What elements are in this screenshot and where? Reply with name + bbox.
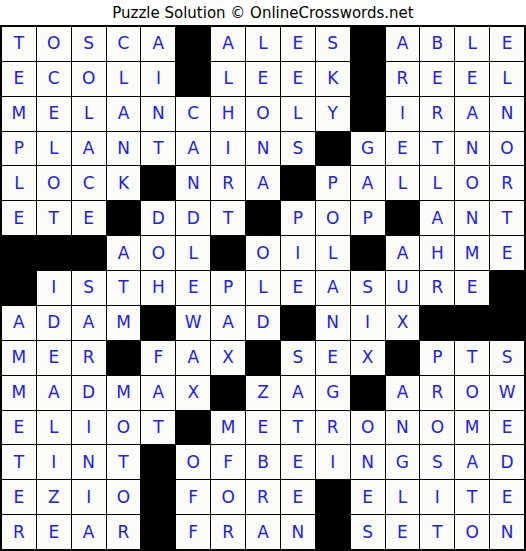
black-cell-r6c8 [246,201,280,235]
grid-cell-r10c13: P [420,341,454,375]
grid-cell-r2c10: K [316,62,350,96]
black-cell-r9c9 [281,306,315,340]
black-cell-r8c15 [490,271,524,305]
grid-cell-r14c4: O [107,480,141,514]
grid-cell-r4c15: O [490,132,524,166]
black-cell-r9c15 [490,306,524,340]
grid-cell-r12c10: R [316,411,350,445]
grid-cell-r2c3: O [72,62,106,96]
grid-cell-r14c14: T [455,480,489,514]
grid-cell-r15c7: R [211,515,245,549]
grid-cell-r6c3: E [72,201,106,235]
grid-cell-r12c8: E [246,411,280,445]
grid-cell-r14c13: I [420,480,454,514]
grid-cell-r6c6: D [176,201,210,235]
grid-cell-r8c14: E [455,271,489,305]
grid-cell-r13c3: N [72,445,106,479]
grid-cell-r5c3: C [72,166,106,200]
grid-cell-r9c6: W [176,306,210,340]
grid-cell-r5c15: R [490,166,524,200]
grid-cell-r15c11: S [351,515,385,549]
grid-cell-r8c5: H [141,271,175,305]
grid-cell-r7c5: O [141,236,175,270]
black-cell-r7c1 [2,236,36,270]
black-cell-r6c4 [107,201,141,235]
grid-cell-r9c11: I [351,306,385,340]
grid-cell-r3c13: R [420,97,454,131]
grid-cell-r11c4: M [107,376,141,410]
grid-cell-r9c8: D [246,306,280,340]
grid-cell-r12c13: O [420,411,454,445]
black-cell-r6c12 [386,201,420,235]
grid-cell-r13c9: E [281,445,315,479]
black-cell-r9c5 [141,306,175,340]
grid-cell-r4c9: S [281,132,315,166]
grid-cell-r7c6: L [176,236,210,270]
grid-cell-r7c9: I [281,236,315,270]
grid-cell-r3c8: O [246,97,280,131]
grid-cell-r8c6: E [176,271,210,305]
grid-cell-r6c9: P [281,201,315,235]
grid-cell-r6c5: D [141,201,175,235]
grid-cell-r3c4: A [107,97,141,131]
grid-cell-r13c14: A [455,445,489,479]
grid-cell-r9c3: A [72,306,106,340]
grid-cell-r3c7: H [211,97,245,131]
grid-cell-r8c9: E [281,271,315,305]
black-cell-r5c5 [141,166,175,200]
grid-cell-r3c1: M [2,97,36,131]
black-cell-r5c9 [281,166,315,200]
grid-cell-r4c13: T [420,132,454,166]
grid-cell-r13c2: I [37,445,71,479]
grid-cell-r13c7: F [211,445,245,479]
grid-cell-r13c10: I [316,445,350,479]
black-cell-r10c8 [246,341,280,375]
grid-cell-r11c12: A [386,376,420,410]
grid-cell-r5c11: A [351,166,385,200]
black-cell-r10c12 [386,341,420,375]
grid-cell-r6c15: T [490,201,524,235]
grid-cell-r1c1: T [2,27,36,61]
grid-cell-r11c13: R [420,376,454,410]
grid-cell-r2c2: C [37,62,71,96]
grid-cell-r1c5: A [141,27,175,61]
grid-cell-r3c12: I [386,97,420,131]
grid-cell-r9c10: N [316,306,350,340]
grid-cell-r15c13: T [420,515,454,549]
grid-cell-r10c7: X [211,341,245,375]
grid-cell-r11c2: A [37,376,71,410]
black-cell-r11c11 [351,376,385,410]
grid-cell-r4c3: A [72,132,106,166]
black-cell-r1c6 [176,27,210,61]
grid-cell-r7c15: E [490,236,524,270]
grid-cell-r5c1: L [2,166,36,200]
page-title: Puzzle Solution © OnlineCrosswords.net [0,0,526,25]
black-cell-r10c4 [107,341,141,375]
grid-cell-r6c10: O [316,201,350,235]
grid-cell-r11c1: M [2,376,36,410]
grid-cell-r6c13: A [420,201,454,235]
grid-cell-r14c8: R [246,480,280,514]
black-cell-r13c5 [141,445,175,479]
grid-cell-r10c1: M [2,341,36,375]
grid-cell-r12c15: E [490,411,524,445]
grid-cell-r11c14: O [455,376,489,410]
crossword-board: TOSCAALESABLEECOLILEEKREELMELANCHOLYIRAN… [0,25,526,551]
grid-cell-r11c3: D [72,376,106,410]
grid-cell-r4c5: T [141,132,175,166]
black-cell-r9c14 [455,306,489,340]
grid-cell-r8c12: U [386,271,420,305]
grid-cell-r7c13: H [420,236,454,270]
grid-cell-r2c13: E [420,62,454,96]
grid-cell-r8c10: A [316,271,350,305]
black-cell-r4c10 [316,132,350,166]
grid-cell-r14c12: L [386,480,420,514]
grid-cell-r11c8: Z [246,376,280,410]
grid-cell-r7c14: M [455,236,489,270]
grid-cell-r2c1: E [2,62,36,96]
grid-cell-r10c10: E [316,341,350,375]
black-cell-r1c11 [351,27,385,61]
grid-cell-r2c5: I [141,62,175,96]
grid-cell-r1c4: C [107,27,141,61]
grid-cell-r5c13: L [420,166,454,200]
grid-cell-r3c5: N [141,97,175,131]
grid-cell-r14c2: Z [37,480,71,514]
grid-cell-r15c8: A [246,515,280,549]
grid-cell-r12c12: N [386,411,420,445]
grid-cell-r12c7: M [211,411,245,445]
grid-cell-r10c11: X [351,341,385,375]
grid-cell-r9c12: X [386,306,420,340]
grid-cell-r5c14: O [455,166,489,200]
grid-cell-r1c7: A [211,27,245,61]
grid-cell-r10c3: R [72,341,106,375]
black-cell-r3c11 [351,97,385,131]
grid-cell-r5c7: R [211,166,245,200]
grid-cell-r12c14: M [455,411,489,445]
grid-cell-r6c2: T [37,201,71,235]
grid-cell-r9c1: A [2,306,36,340]
grid-cell-r15c2: E [37,515,71,549]
grid-cell-r3c6: C [176,97,210,131]
grid-cell-r7c4: A [107,236,141,270]
black-cell-r11c7 [211,376,245,410]
grid-cell-r2c14: E [455,62,489,96]
grid-cell-r8c4: T [107,271,141,305]
grid-cell-r13c6: O [176,445,210,479]
grid-cell-r8c8: L [246,271,280,305]
grid-cell-r11c9: A [281,376,315,410]
grid-cell-r4c12: E [386,132,420,166]
grid-cell-r12c5: T [141,411,175,445]
grid-cell-r15c6: F [176,515,210,549]
grid-cell-r12c11: O [351,411,385,445]
grid-cell-r10c6: A [176,341,210,375]
grid-cell-r5c12: L [386,166,420,200]
black-cell-r15c10 [316,515,350,549]
grid-cell-r15c15: N [490,515,524,549]
grid-cell-r10c14: T [455,341,489,375]
grid-cell-r4c11: G [351,132,385,166]
grid-cell-r15c3: A [72,515,106,549]
grid-cell-r1c12: A [386,27,420,61]
grid-cell-r14c1: E [2,480,36,514]
grid-cell-r1c9: E [281,27,315,61]
grid-cell-r11c6: X [176,376,210,410]
black-cell-r8c1 [2,271,36,305]
grid-cell-r1c10: S [316,27,350,61]
grid-cell-r3c14: A [455,97,489,131]
black-cell-r2c6 [176,62,210,96]
grid-cell-r8c7: P [211,271,245,305]
grid-cell-r4c8: N [246,132,280,166]
grid-cell-r8c13: R [420,271,454,305]
grid-cell-r8c3: S [72,271,106,305]
black-cell-r7c2 [37,236,71,270]
grid-cell-r5c4: K [107,166,141,200]
puzzle-page: Puzzle Solution © OnlineCrosswords.net T… [0,0,526,551]
black-cell-r7c11 [351,236,385,270]
grid-cell-r14c6: F [176,480,210,514]
grid-cell-r2c4: L [107,62,141,96]
grid-cell-r2c15: L [490,62,524,96]
grid-cell-r14c3: I [72,480,106,514]
black-cell-r12c6 [176,411,210,445]
grid-cell-r14c15: E [490,480,524,514]
grid-cell-r7c10: L [316,236,350,270]
grid-cell-r3c3: L [72,97,106,131]
grid-cell-r15c14: O [455,515,489,549]
grid-cell-r4c2: L [37,132,71,166]
black-cell-r14c5 [141,480,175,514]
grid-cell-r14c11: E [351,480,385,514]
grid-cell-r10c5: F [141,341,175,375]
grid-cell-r13c4: T [107,445,141,479]
black-cell-r14c10 [316,480,350,514]
grid-cell-r1c13: B [420,27,454,61]
grid-cell-r6c7: T [211,201,245,235]
grid-cell-r6c11: P [351,201,385,235]
grid-cell-r12c9: T [281,411,315,445]
grid-cell-r11c15: W [490,376,524,410]
grid-cell-r13c15: D [490,445,524,479]
grid-cell-r14c9: E [281,480,315,514]
grid-cell-r1c15: E [490,27,524,61]
grid-cell-r15c9: N [281,515,315,549]
grid-cell-r10c15: S [490,341,524,375]
grid-cell-r12c1: E [2,411,36,445]
grid-cell-r2c9: E [281,62,315,96]
grid-cell-r15c4: R [107,515,141,549]
grid-cell-r4c14: N [455,132,489,166]
grid-cell-r8c2: I [37,271,71,305]
grid-cell-r12c3: I [72,411,106,445]
grid-cell-r12c4: O [107,411,141,445]
grid-cell-r13c8: B [246,445,280,479]
grid-cell-r1c2: O [37,27,71,61]
grid-cell-r10c9: S [281,341,315,375]
grid-cell-r3c15: N [490,97,524,131]
grid-cell-r5c2: O [37,166,71,200]
grid-cell-r15c1: R [2,515,36,549]
grid-cell-r1c8: L [246,27,280,61]
grid-cell-r2c7: L [211,62,245,96]
grid-cell-r4c1: P [2,132,36,166]
grid-cell-r1c3: S [72,27,106,61]
grid-cell-r14c7: O [211,480,245,514]
grid-cell-r13c11: N [351,445,385,479]
grid-cell-r11c10: G [316,376,350,410]
grid-cell-r2c8: E [246,62,280,96]
grid-cell-r13c12: G [386,445,420,479]
grid-cell-r3c2: E [37,97,71,131]
grid-cell-r9c4: M [107,306,141,340]
grid-cell-r12c2: L [37,411,71,445]
grid-cell-r2c12: R [386,62,420,96]
grid-cell-r7c12: A [386,236,420,270]
grid-cell-r11c5: A [141,376,175,410]
grid-cell-r5c8: A [246,166,280,200]
grid-cell-r13c13: S [420,445,454,479]
grid-cell-r3c9: L [281,97,315,131]
grid-cell-r5c10: P [316,166,350,200]
grid-cell-r4c7: I [211,132,245,166]
black-cell-r9c13 [420,306,454,340]
grid-cell-r1c14: L [455,27,489,61]
grid-cell-r15c12: E [386,515,420,549]
black-cell-r7c7 [211,236,245,270]
grid-cell-r5c6: N [176,166,210,200]
grid-cell-r9c7: A [211,306,245,340]
grid-cell-r6c1: E [2,201,36,235]
grid-cell-r4c6: A [176,132,210,166]
black-cell-r7c3 [72,236,106,270]
grid-cell-r4c4: N [107,132,141,166]
grid-cell-r3c10: Y [316,97,350,131]
grid-cell-r13c1: T [2,445,36,479]
black-cell-r2c11 [351,62,385,96]
grid-cell-r10c2: E [37,341,71,375]
grid-cell-r9c2: D [37,306,71,340]
grid-cell-r6c14: N [455,201,489,235]
black-cell-r15c5 [141,515,175,549]
grid-cell-r7c8: O [246,236,280,270]
grid-cell-r8c11: S [351,271,385,305]
